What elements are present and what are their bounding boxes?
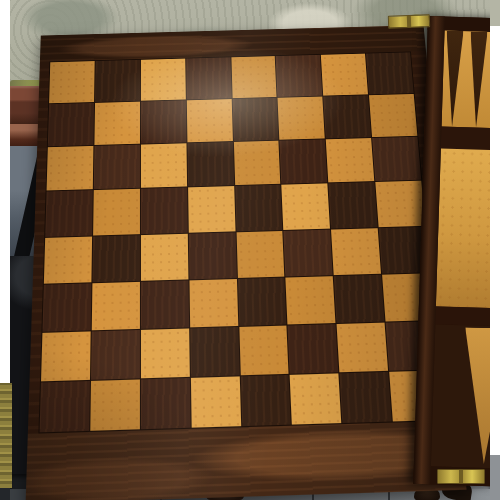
chess-square xyxy=(233,141,280,186)
chess-square xyxy=(44,236,92,283)
photograph xyxy=(10,0,490,500)
chess-square xyxy=(278,97,325,140)
brass-hinge-bottom xyxy=(437,469,485,484)
chess-square xyxy=(90,379,140,431)
gilt-frame-edge xyxy=(0,383,12,488)
chess-square xyxy=(232,98,279,141)
chess-square xyxy=(141,280,189,329)
chess-square xyxy=(141,328,190,378)
chess-square xyxy=(186,99,232,142)
chess-square xyxy=(280,140,328,185)
chess-square xyxy=(231,56,277,98)
chess-square xyxy=(91,330,140,380)
chess-square xyxy=(290,373,342,424)
backgammon-panel xyxy=(413,16,490,486)
backgammon-point xyxy=(468,31,488,127)
chessboard-frame-bottom xyxy=(26,420,467,500)
chess-square xyxy=(282,184,331,230)
chess-square xyxy=(93,189,140,235)
chess-square xyxy=(329,182,378,228)
chess-square xyxy=(49,61,94,103)
chess-square xyxy=(47,146,94,191)
photo-stage xyxy=(0,0,500,500)
chess-square xyxy=(190,327,239,377)
chess-square xyxy=(191,376,241,427)
chess-square xyxy=(321,54,368,96)
stone-top-right xyxy=(490,0,500,26)
chess-square xyxy=(326,138,374,182)
chess-square xyxy=(337,322,388,372)
chess-square xyxy=(186,57,231,99)
backgammon-point xyxy=(444,31,464,127)
chess-square xyxy=(369,94,417,137)
chess-square xyxy=(239,325,289,375)
chess-square xyxy=(45,190,92,236)
chess-square xyxy=(94,102,139,145)
dark-corner-bottom-left xyxy=(0,488,10,500)
chess-square xyxy=(41,331,91,381)
chess-square xyxy=(323,95,371,138)
chess-square xyxy=(141,100,186,143)
chess-square xyxy=(141,233,188,280)
chess-square xyxy=(95,60,140,102)
backgammon-center-field xyxy=(436,148,490,308)
chess-square xyxy=(366,52,414,94)
chess-square xyxy=(288,324,339,374)
chess-square xyxy=(141,188,188,234)
chess-square xyxy=(240,375,291,426)
chess-square xyxy=(141,144,187,189)
chess-square xyxy=(284,229,333,276)
chess-square xyxy=(237,277,286,325)
chess-square xyxy=(187,142,234,187)
chess-square xyxy=(48,103,94,146)
chess-square xyxy=(141,59,186,101)
chessboard-panel xyxy=(26,25,467,500)
chess-square xyxy=(235,185,283,231)
floor-bottom-right xyxy=(490,455,500,500)
white-border-right xyxy=(490,0,500,500)
chess-square xyxy=(236,230,285,277)
chess-square xyxy=(188,232,236,279)
chess-square xyxy=(92,281,140,330)
backgammon-lower-field xyxy=(431,324,490,468)
chess-square xyxy=(372,137,421,181)
chess-square xyxy=(141,378,190,429)
chess-square xyxy=(94,145,140,190)
backgammon-light-point xyxy=(461,327,490,464)
chess-square xyxy=(40,381,90,433)
chess-square xyxy=(340,372,392,423)
chess-square xyxy=(375,181,425,227)
chessboard-grid xyxy=(38,51,443,433)
chess-square xyxy=(92,235,139,282)
chess-square xyxy=(286,276,336,324)
chess-square xyxy=(188,186,235,232)
chess-square xyxy=(331,228,381,275)
chess-square xyxy=(42,283,91,332)
chess-square xyxy=(189,279,238,328)
brass-hinge-top xyxy=(388,14,430,28)
chess-square xyxy=(334,274,385,322)
backgammon-points-field xyxy=(442,31,490,129)
chess-square xyxy=(276,55,322,97)
